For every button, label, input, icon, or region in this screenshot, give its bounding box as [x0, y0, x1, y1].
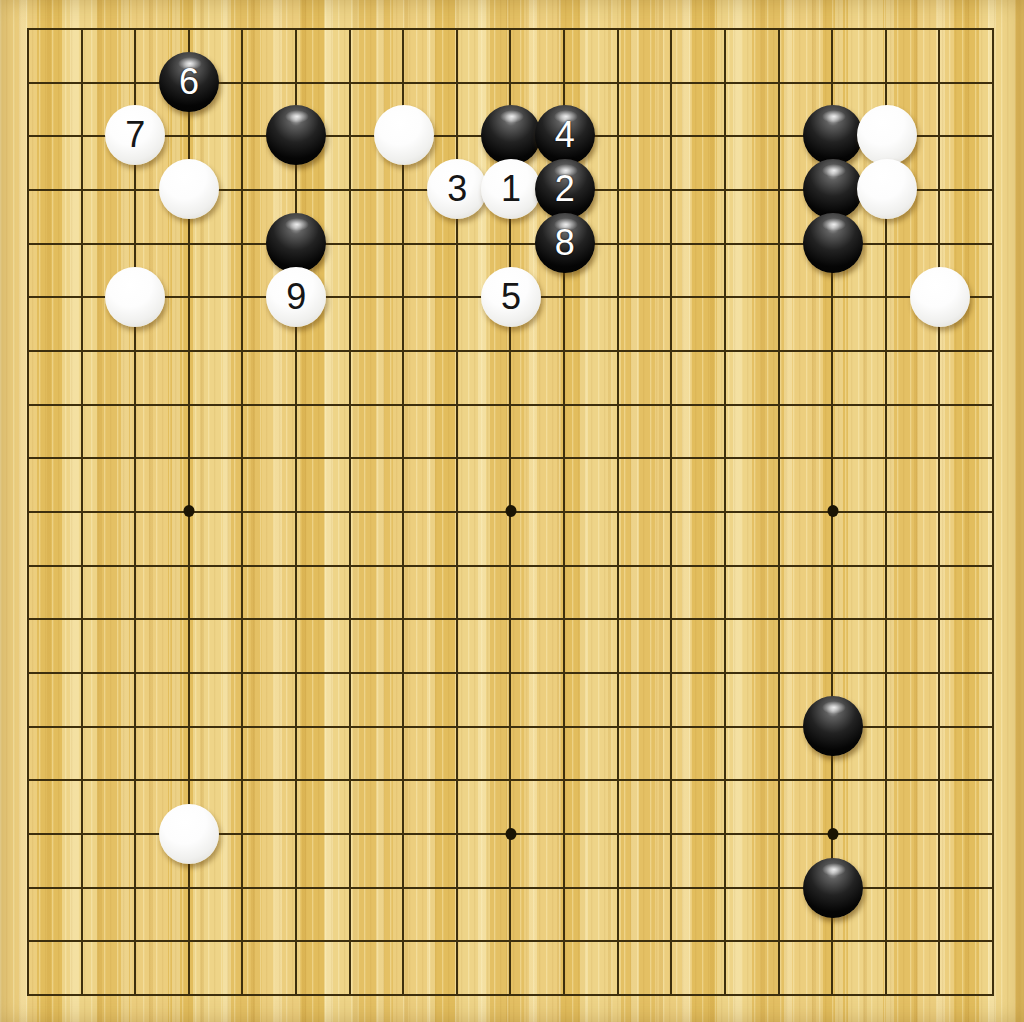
move-number-label: 2	[555, 171, 575, 207]
white-stone[interactable]	[857, 159, 917, 219]
move-number-label: 3	[447, 171, 467, 207]
board-intersection[interactable]	[914, 270, 968, 324]
board-intersection[interactable]	[806, 216, 860, 270]
move-number-label: 7	[125, 117, 145, 153]
board-intersection[interactable]	[108, 270, 162, 324]
star-point	[828, 828, 839, 840]
board-intersection[interactable]: 2	[538, 162, 592, 216]
star-point-cell	[484, 807, 538, 861]
board-intersection[interactable]: 1	[484, 162, 538, 216]
move-number-label: 9	[286, 279, 306, 315]
board-intersection[interactable]	[269, 108, 323, 162]
black-stone[interactable]	[481, 105, 541, 165]
black-stone-move-4[interactable]: 4	[535, 105, 595, 165]
black-stone[interactable]	[803, 213, 863, 273]
board-intersection[interactable]	[162, 162, 216, 216]
board-intersection[interactable]	[484, 108, 538, 162]
board-intersection[interactable]	[162, 807, 216, 861]
black-stone[interactable]	[803, 159, 863, 219]
white-stone-move-3[interactable]: 3	[427, 159, 487, 219]
white-stone[interactable]	[159, 804, 219, 864]
star-point	[505, 505, 516, 517]
black-stone[interactable]	[803, 858, 863, 918]
white-stone[interactable]	[857, 105, 917, 165]
black-stone-move-6[interactable]: 6	[159, 52, 219, 112]
board-intersection[interactable]	[269, 216, 323, 270]
board-intersection[interactable]: 3	[430, 162, 484, 216]
board-intersections-layer: 674312895	[1, 1, 1021, 1022]
board-intersection[interactable]	[806, 162, 860, 216]
board-intersection[interactable]: 7	[108, 108, 162, 162]
move-number-label: 5	[501, 279, 521, 315]
white-stone-move-1[interactable]: 1	[481, 159, 541, 219]
board-intersection[interactable]: 4	[538, 108, 592, 162]
white-stone[interactable]	[374, 105, 434, 165]
board-intersection[interactable]: 5	[484, 270, 538, 324]
board-intersection[interactable]: 6	[162, 55, 216, 109]
black-stone[interactable]	[266, 105, 326, 165]
star-point-cell	[162, 485, 216, 539]
white-stone[interactable]	[159, 159, 219, 219]
board-intersection[interactable]	[806, 861, 860, 915]
star-point-cell	[484, 485, 538, 539]
move-number-label: 1	[501, 171, 521, 207]
board-intersection[interactable]: 9	[269, 270, 323, 324]
go-board[interactable]: 674312895	[0, 0, 1024, 1022]
white-stone-move-9[interactable]: 9	[266, 267, 326, 327]
move-number-label: 8	[555, 225, 575, 261]
white-stone[interactable]	[910, 267, 970, 327]
white-stone-move-7[interactable]: 7	[105, 105, 165, 165]
star-point	[505, 828, 516, 840]
board-intersection[interactable]	[806, 108, 860, 162]
board-intersection[interactable]	[377, 108, 431, 162]
black-stone[interactable]	[803, 696, 863, 756]
board-intersection[interactable]	[860, 108, 914, 162]
black-stone[interactable]	[803, 105, 863, 165]
star-point-cell	[806, 485, 860, 539]
board-intersection[interactable]: 8	[538, 216, 592, 270]
black-stone-move-8[interactable]: 8	[535, 213, 595, 273]
board-intersection[interactable]	[806, 700, 860, 754]
black-stone[interactable]	[266, 213, 326, 273]
move-number-label: 6	[179, 64, 199, 100]
white-stone-move-5[interactable]: 5	[481, 267, 541, 327]
star-point	[828, 505, 839, 517]
star-point-cell	[806, 807, 860, 861]
move-number-label: 4	[555, 117, 575, 153]
star-point	[183, 505, 194, 517]
white-stone[interactable]	[105, 267, 165, 327]
black-stone-move-2[interactable]: 2	[535, 159, 595, 219]
board-intersection[interactable]	[860, 162, 914, 216]
